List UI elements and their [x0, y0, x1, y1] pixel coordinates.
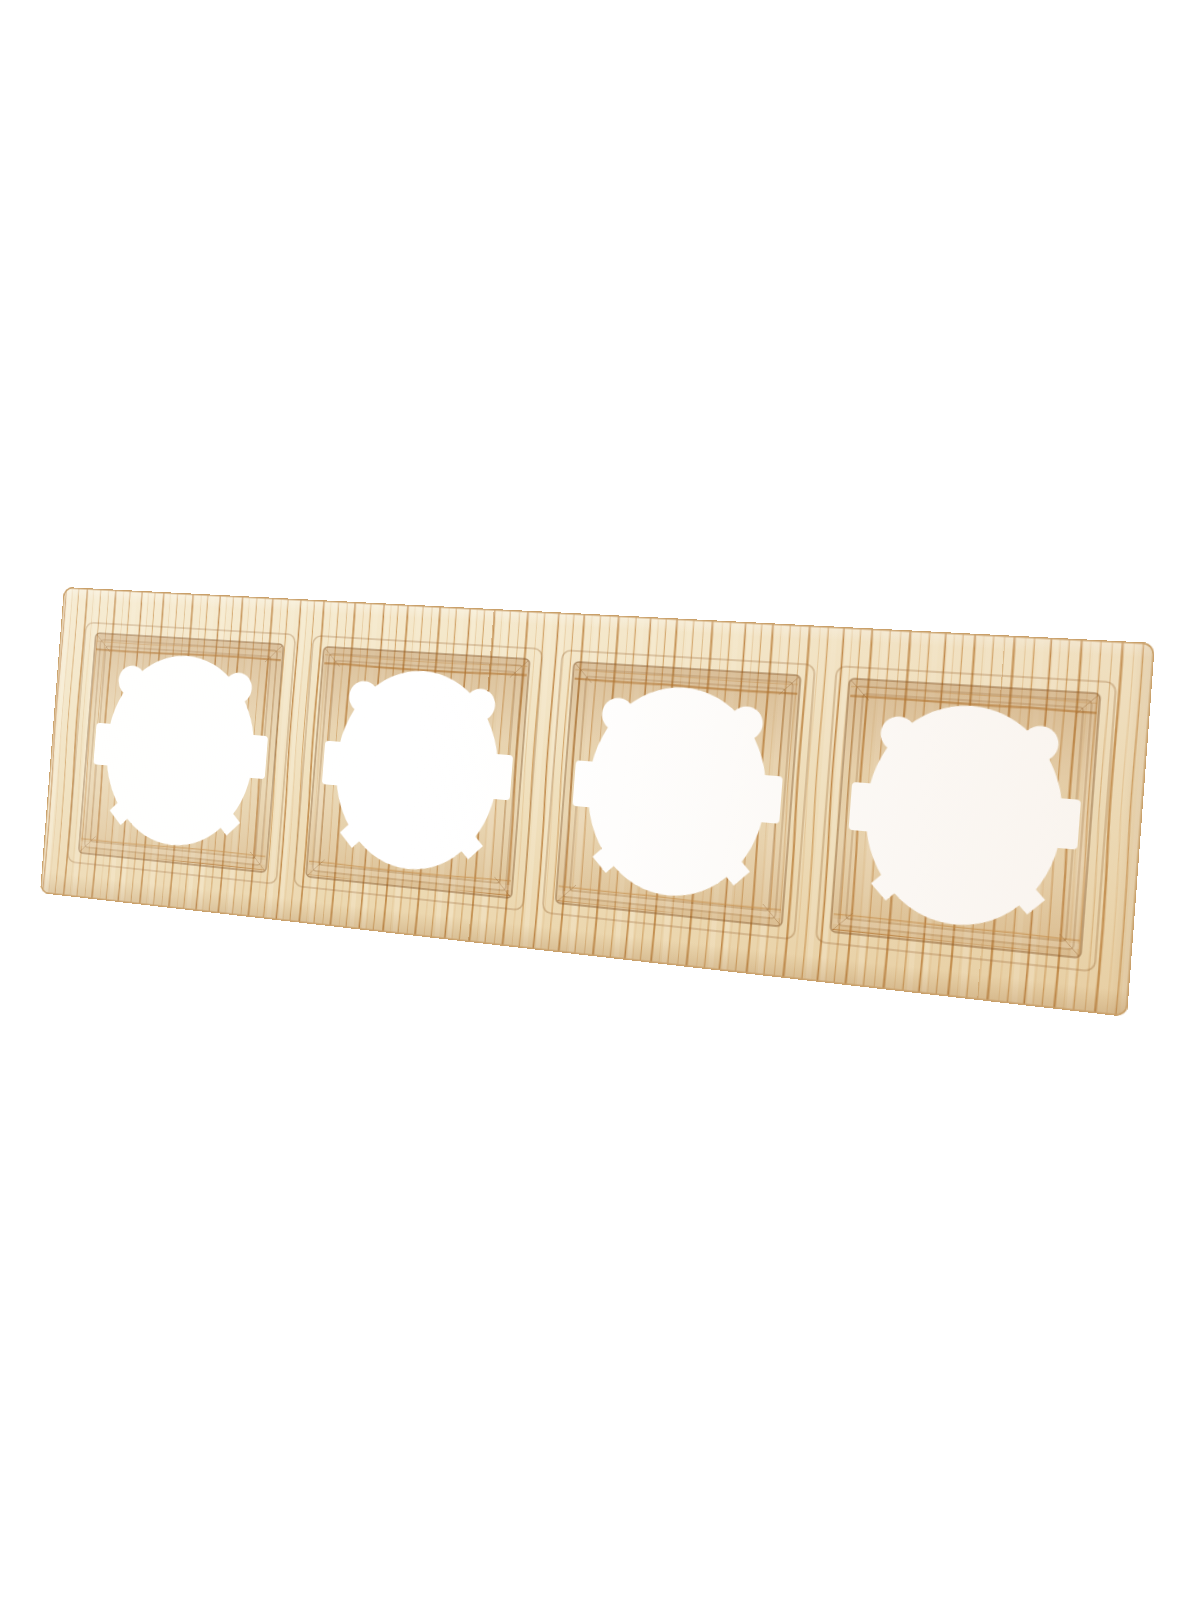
plate-face: [40, 587, 1155, 1017]
frame-plate-svg: [40, 587, 1155, 1017]
product-photo-canvas: [0, 0, 1200, 1600]
wood-socket-frame: [40, 587, 1155, 1017]
